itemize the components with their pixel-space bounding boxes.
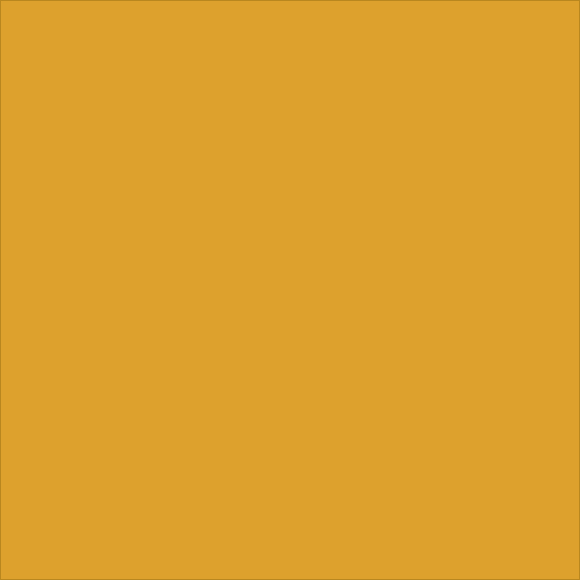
- go-board[interactable]: [0, 0, 580, 580]
- go-board-screenshot: [0, 0, 580, 580]
